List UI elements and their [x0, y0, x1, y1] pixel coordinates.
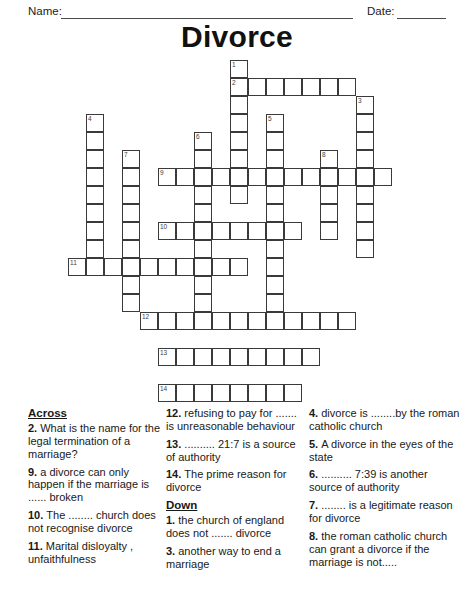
clue-item: 2. What is the name for the legal termin…	[28, 422, 161, 461]
grid-cell[interactable]	[122, 276, 140, 294]
clue-text: the roman catholic church can grant a di…	[309, 530, 447, 568]
clue-number: 11.	[28, 540, 46, 552]
grid-cell[interactable]	[86, 204, 104, 222]
grid-cell[interactable]	[86, 150, 104, 168]
clue-item: 13. .......... 21:7 is a source of autho…	[166, 438, 305, 464]
grid-cell[interactable]	[266, 186, 284, 204]
grid-cell[interactable]	[266, 150, 284, 168]
crossword-grid: 1234567891011121314	[68, 60, 392, 402]
cell-number: 5	[268, 115, 272, 122]
name-field[interactable]	[61, 18, 353, 19]
grid-cell[interactable]	[86, 240, 104, 258]
grid-cell[interactable]	[212, 222, 230, 240]
grid-cell[interactable]: 12	[140, 312, 158, 330]
grid-cell[interactable]	[230, 150, 248, 168]
grid-cell[interactable]	[266, 294, 284, 312]
date-field[interactable]	[397, 18, 446, 19]
cell-number: 8	[322, 151, 326, 158]
grid-cell[interactable]: 11	[68, 258, 86, 276]
grid-cell[interactable]: 8	[320, 150, 338, 168]
grid-cell[interactable]	[212, 168, 230, 186]
grid-cell[interactable]: 7	[122, 150, 140, 168]
clue-text: a divorce can only happen if the marriag…	[28, 466, 149, 504]
grid-cell[interactable]	[158, 312, 176, 330]
grid-cell[interactable]	[194, 294, 212, 312]
clue-text: ........ is a legitimate reason for divo…	[309, 499, 453, 524]
clue-item: 12. refusing to pay for ....... is unrea…	[166, 407, 305, 433]
grid-cell[interactable]: 5	[266, 114, 284, 132]
cell-number: 1	[232, 61, 236, 68]
clues-column-middle: 12. refusing to pay for ....... is unrea…	[166, 407, 305, 576]
grid-cell[interactable]	[122, 258, 140, 276]
grid-cell[interactable]	[284, 384, 302, 402]
grid-cell[interactable]	[356, 222, 374, 240]
clue-item: 10. The ........ church does not recogni…	[28, 509, 161, 535]
grid-cell[interactable]	[194, 258, 212, 276]
grid-cell[interactable]	[266, 204, 284, 222]
grid-cell[interactable]	[230, 348, 248, 366]
grid-cell[interactable]	[212, 348, 230, 366]
cell-number: 3	[358, 97, 362, 104]
grid-cell[interactable]	[194, 186, 212, 204]
grid-cell[interactable]	[230, 168, 248, 186]
grid-cell[interactable]: 1	[230, 60, 248, 78]
grid-cell[interactable]	[284, 168, 302, 186]
clue-item: 3. another way to end a marriage	[166, 545, 305, 571]
grid-cell[interactable]	[230, 312, 248, 330]
grid-cell[interactable]	[320, 168, 338, 186]
grid-cell[interactable]	[248, 348, 266, 366]
grid-cell[interactable]: 9	[158, 168, 176, 186]
grid-cell[interactable]	[266, 168, 284, 186]
grid-cell[interactable]	[122, 204, 140, 222]
clue-number: 1.	[166, 514, 178, 526]
clue-text: .......... 7:39 is another source of aut…	[309, 468, 428, 493]
clue-item: 7. ........ is a legitimate reason for d…	[309, 499, 463, 525]
grid-cell[interactable]	[230, 96, 248, 114]
grid-cell[interactable]	[356, 186, 374, 204]
grid-cell[interactable]	[230, 114, 248, 132]
clue-number: 2.	[28, 422, 40, 434]
cell-number: 10	[160, 223, 167, 230]
grid-cell[interactable]	[176, 168, 194, 186]
grid-cell[interactable]: 6	[194, 132, 212, 150]
clue-item: 4. divorce is ........by the roman catho…	[309, 407, 463, 433]
grid-cell[interactable]	[248, 78, 266, 96]
grid-cell[interactable]	[176, 384, 194, 402]
cell-number: 14	[160, 385, 167, 392]
clues-across-header: Across	[28, 407, 161, 419]
grid-cell[interactable]: 13	[158, 348, 176, 366]
grid-cell[interactable]	[194, 240, 212, 258]
grid-cell[interactable]: 10	[158, 222, 176, 240]
clue-item: 5. A divorce in the eyes of the state	[309, 438, 463, 464]
grid-cell[interactable]	[212, 312, 230, 330]
clue-text: the church of england does not ....... d…	[166, 514, 284, 539]
grid-cell[interactable]	[266, 276, 284, 294]
clue-number: 7.	[309, 499, 321, 511]
grid-cell[interactable]: 3	[356, 96, 374, 114]
grid-cell[interactable]	[266, 78, 284, 96]
grid-cell[interactable]	[302, 78, 320, 96]
clue-item: 9. a divorce can only happen if the marr…	[28, 466, 161, 505]
grid-cell[interactable]	[194, 312, 212, 330]
clue-number: 4.	[309, 407, 321, 419]
grid-cell[interactable]	[194, 150, 212, 168]
clue-item: 14. The prime reason for divorce	[166, 468, 305, 494]
grid-cell[interactable]	[176, 258, 194, 276]
grid-cell[interactable]	[230, 258, 248, 276]
clue-number: 6.	[309, 468, 321, 480]
grid-cell[interactable]	[122, 168, 140, 186]
clue-number: 9.	[28, 466, 40, 478]
grid-cell[interactable]	[338, 312, 356, 330]
clue-number: 12.	[166, 407, 184, 419]
clue-item: 1. the church of england does not ......…	[166, 514, 305, 540]
clue-text: What is the name for the legal terminati…	[28, 422, 160, 460]
grid-cell[interactable]	[374, 168, 392, 186]
grid-cell[interactable]	[284, 348, 302, 366]
grid-cell[interactable]	[338, 78, 356, 96]
grid-cell[interactable]	[176, 222, 194, 240]
grid-cell[interactable]	[158, 258, 176, 276]
grid-cell[interactable]	[248, 168, 266, 186]
clue-number: 13.	[166, 438, 184, 450]
grid-cell[interactable]	[140, 258, 158, 276]
clue-text: another way to end a marriage	[166, 545, 281, 570]
grid-cell[interactable]: 2	[230, 78, 248, 96]
clue-number: 5.	[309, 438, 321, 450]
grid-cell[interactable]	[302, 312, 320, 330]
grid-cell[interactable]	[212, 384, 230, 402]
cell-number: 4	[88, 115, 92, 122]
grid-cell[interactable]	[176, 312, 194, 330]
grid-cell[interactable]	[266, 132, 284, 150]
grid-cell[interactable]: 4	[86, 114, 104, 132]
grid-cell[interactable]	[284, 78, 302, 96]
clue-text: .......... 21:7 is a source of authority	[166, 438, 296, 463]
grid-cell[interactable]	[86, 258, 104, 276]
cell-number: 11	[70, 259, 77, 266]
grid-cell[interactable]	[86, 132, 104, 150]
grid-cell[interactable]	[212, 258, 230, 276]
grid-cell[interactable]	[230, 186, 248, 204]
grid-cell[interactable]	[266, 240, 284, 258]
clue-number: 10.	[28, 509, 46, 521]
cell-number: 12	[142, 313, 149, 320]
grid-cell[interactable]	[266, 312, 284, 330]
grid-cell[interactable]	[248, 384, 266, 402]
clue-text: The ........ church does not recognise d…	[28, 509, 156, 534]
grid-cell[interactable]	[338, 168, 356, 186]
cell-number: 13	[160, 349, 167, 356]
grid-cell[interactable]	[284, 222, 302, 240]
grid-cell[interactable]	[248, 312, 266, 330]
grid-cell[interactable]	[194, 222, 212, 240]
clue-number: 8.	[309, 530, 321, 542]
grid-cell[interactable]	[284, 312, 302, 330]
grid-cell[interactable]	[356, 132, 374, 150]
grid-cell[interactable]	[122, 240, 140, 258]
grid-cell[interactable]	[176, 348, 194, 366]
grid-cell[interactable]	[122, 222, 140, 240]
grid-cell[interactable]	[194, 384, 212, 402]
grid-cell[interactable]	[320, 204, 338, 222]
grid-cell[interactable]	[104, 258, 122, 276]
grid-cell[interactable]	[356, 150, 374, 168]
cell-number: 6	[196, 133, 200, 140]
grid-cell[interactable]	[194, 168, 212, 186]
cell-number: 9	[160, 169, 164, 176]
grid-cell[interactable]	[302, 168, 320, 186]
grid-cell[interactable]	[86, 168, 104, 186]
grid-cell[interactable]	[86, 222, 104, 240]
name-label: Name:	[28, 5, 62, 17]
grid-cell[interactable]	[248, 222, 266, 240]
grid-cell[interactable]	[194, 348, 212, 366]
grid-cell[interactable]	[320, 222, 338, 240]
clue-text: The prime reason for divorce	[166, 468, 286, 493]
cell-number: 7	[124, 151, 128, 158]
grid-cell[interactable]	[356, 240, 374, 258]
grid-cell[interactable]	[320, 78, 338, 96]
clue-text: divorce is ........by the roman catholic…	[309, 407, 459, 432]
grid-cell[interactable]	[194, 204, 212, 222]
grid-cell[interactable]	[356, 114, 374, 132]
date-label: Date:	[367, 5, 395, 17]
clue-number: 14.	[166, 468, 184, 480]
grid-cell[interactable]	[266, 258, 284, 276]
page-title: Divorce	[0, 20, 474, 54]
grid-cell[interactable]	[320, 186, 338, 204]
grid-cell[interactable]	[86, 186, 104, 204]
clue-item: 8. the roman catholic church can grant a…	[309, 530, 463, 569]
grid-cell[interactable]: 14	[158, 384, 176, 402]
grid-cell[interactable]	[266, 384, 284, 402]
clue-text: A divorce in the eyes of the state	[309, 438, 453, 463]
clue-text: refusing to pay for ....... is unreasona…	[166, 407, 297, 432]
clues-down-header: Down	[166, 499, 305, 511]
cell-number: 2	[232, 79, 236, 86]
clue-item: 11. Marital disloyalty , unfaithfulness	[28, 540, 161, 566]
grid-cell[interactable]	[122, 186, 140, 204]
grid-cell[interactable]	[302, 348, 320, 366]
grid-cell[interactable]	[356, 168, 374, 186]
grid-cell[interactable]	[266, 348, 284, 366]
clues-column-down: 4. divorce is ........by the roman catho…	[309, 407, 463, 573]
grid-cell[interactable]	[230, 132, 248, 150]
grid-cell[interactable]	[194, 276, 212, 294]
worksheet-page: Name: Date: Divorce 1234567891011121314 …	[0, 0, 474, 613]
grid-cell[interactable]	[122, 294, 140, 312]
grid-cell[interactable]	[356, 204, 374, 222]
clue-item: 6. .......... 7:39 is another source of …	[309, 468, 463, 494]
clue-number: 3.	[166, 545, 178, 557]
grid-cell[interactable]	[320, 312, 338, 330]
grid-cell[interactable]	[230, 222, 248, 240]
grid-cell[interactable]	[230, 384, 248, 402]
clues-column-across: Across2. What is the name for the legal …	[28, 407, 161, 571]
grid-cell[interactable]	[266, 222, 284, 240]
